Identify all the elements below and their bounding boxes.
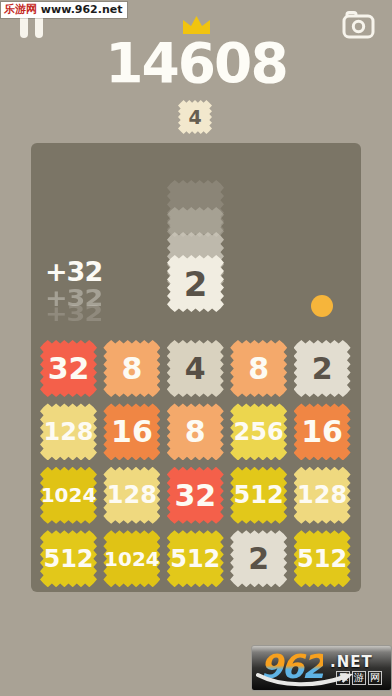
footer-logo-tld: .NET [330,653,373,671]
watermark-site-name: 乐游网 [4,3,37,16]
tile-512[interactable]: 512 [294,530,351,587]
tile-128[interactable]: 128 [294,467,351,524]
score-popup-echo: +32 [45,301,102,325]
watermark-top: 乐游网 www.962.net [1,2,127,18]
score-popup: +32 [45,256,102,287]
swoosh-arrow-icon [256,672,356,688]
score-value: 14608 [0,33,392,94]
bonus-dot[interactable] [311,295,333,317]
tile-128[interactable]: 128 [103,467,160,524]
tile-8[interactable]: 8 [230,340,287,397]
game-board[interactable]: 2 +32 +32 +32 32848212816825616102412832… [31,143,361,592]
falling-tile[interactable]: 2 [167,255,224,312]
tile-2[interactable]: 2 [294,340,351,397]
tile-512[interactable]: 512 [40,530,97,587]
watermark-footer-logo: 962 .NET 乐游网 [251,645,392,691]
tile-8[interactable]: 8 [167,403,224,460]
tile-512[interactable]: 512 [167,530,224,587]
tile-16[interactable]: 16 [103,403,160,460]
tile-2[interactable]: 2 [230,530,287,587]
watermark-url: www.962.net [41,3,123,16]
tile-8[interactable]: 8 [103,340,160,397]
tile-32[interactable]: 32 [167,467,224,524]
game-screen: 乐游网 www.962.net 14608 4 2 +32 +32 +32 32… [0,0,392,696]
tile-16[interactable]: 16 [294,403,351,460]
footer-logo-site-char: 网 [368,671,382,685]
tile-1024[interactable]: 1024 [103,530,160,587]
tile-4[interactable]: 4 [167,340,224,397]
tile-grid: 3284821281682561610241283251212851210245… [40,340,351,587]
tile-128[interactable]: 128 [40,403,97,460]
tile-32[interactable]: 32 [40,340,97,397]
tile-1024[interactable]: 1024 [40,467,97,524]
tile-256[interactable]: 256 [230,403,287,460]
tile-512[interactable]: 512 [230,467,287,524]
next-tile-preview: 4 [178,100,212,134]
